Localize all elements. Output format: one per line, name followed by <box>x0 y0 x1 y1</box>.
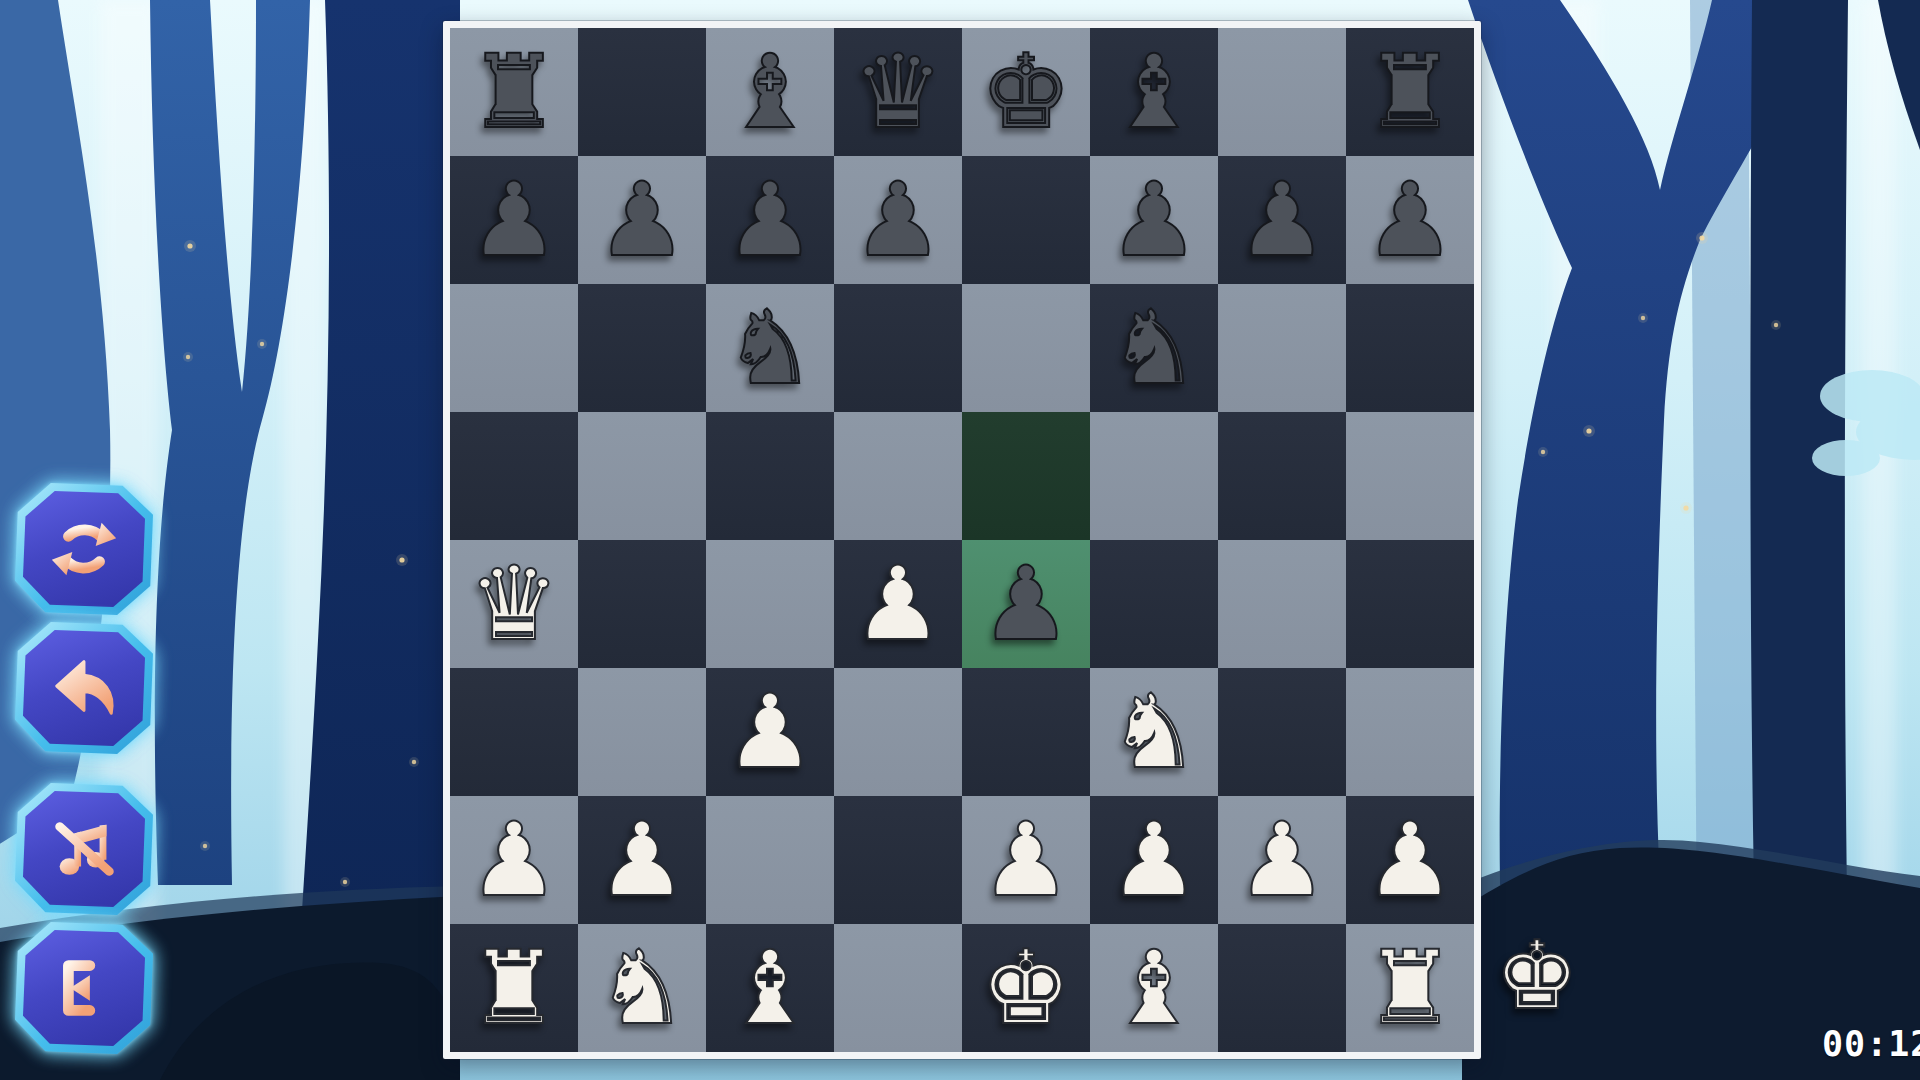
square-d8[interactable]: ♛ <box>834 28 962 156</box>
square-h2[interactable]: ♟ <box>1346 796 1474 924</box>
square-c3[interactable]: ♟ <box>706 668 834 796</box>
square-h7[interactable]: ♟ <box>1346 156 1474 284</box>
square-c7[interactable]: ♟ <box>706 156 834 284</box>
piece-white-rook[interactable]: ♜ <box>468 924 559 1052</box>
piece-black-knight[interactable]: ♞ <box>724 284 815 412</box>
piece-black-pawn[interactable]: ♟ <box>596 156 687 284</box>
piece-white-pawn[interactable]: ♟ <box>596 796 687 924</box>
square-f6[interactable]: ♞ <box>1090 284 1218 412</box>
chess-game-screen: ♜♝♛♚♝♜♟♟♟♟♟♟♟♞♞♛♟♟♟♞♟♟♟♟♟♟♜♞♝♚♝♜ ♚ 00:12 <box>0 0 1920 1080</box>
square-b3[interactable] <box>578 668 706 796</box>
piece-white-king[interactable]: ♚ <box>980 924 1071 1052</box>
square-a4[interactable]: ♛ <box>450 540 578 668</box>
square-h5[interactable] <box>1346 412 1474 540</box>
piece-black-knight[interactable]: ♞ <box>1108 284 1199 412</box>
square-a8[interactable]: ♜ <box>450 28 578 156</box>
square-f4[interactable] <box>1090 540 1218 668</box>
square-c1[interactable]: ♝ <box>706 924 834 1052</box>
piece-black-bishop[interactable]: ♝ <box>1108 28 1199 156</box>
piece-white-pawn[interactable]: ♟ <box>1364 796 1455 924</box>
piece-black-king[interactable]: ♚ <box>980 28 1071 156</box>
square-e5[interactable] <box>962 412 1090 540</box>
undo-button[interactable] <box>15 622 153 754</box>
restart-icon <box>45 510 123 588</box>
square-g2[interactable]: ♟ <box>1218 796 1346 924</box>
button-face <box>23 630 145 746</box>
button-face <box>23 930 145 1046</box>
square-g5[interactable] <box>1218 412 1346 540</box>
square-e6[interactable] <box>962 284 1090 412</box>
turn-indicator-white-king: ♚ <box>1485 922 1589 1030</box>
square-b2[interactable]: ♟ <box>578 796 706 924</box>
piece-white-knight[interactable]: ♞ <box>1108 668 1199 796</box>
square-a2[interactable]: ♟ <box>450 796 578 924</box>
square-h1[interactable]: ♜ <box>1346 924 1474 1052</box>
piece-black-pawn[interactable]: ♟ <box>852 156 943 284</box>
piece-white-pawn[interactable]: ♟ <box>1108 796 1199 924</box>
piece-black-pawn[interactable]: ♟ <box>468 156 559 284</box>
square-e3[interactable] <box>962 668 1090 796</box>
square-g4[interactable] <box>1218 540 1346 668</box>
square-d5[interactable] <box>834 412 962 540</box>
square-f5[interactable] <box>1090 412 1218 540</box>
square-a1[interactable]: ♜ <box>450 924 578 1052</box>
square-a5[interactable] <box>450 412 578 540</box>
piece-black-pawn[interactable]: ♟ <box>1108 156 1199 284</box>
button-face <box>23 491 145 607</box>
piece-black-pawn[interactable]: ♟ <box>1364 156 1455 284</box>
square-b8[interactable] <box>578 28 706 156</box>
square-f8[interactable]: ♝ <box>1090 28 1218 156</box>
chess-board: ♜♝♛♚♝♜♟♟♟♟♟♟♟♞♞♛♟♟♟♞♟♟♟♟♟♟♜♞♝♚♝♜ <box>450 28 1474 1052</box>
piece-white-bishop[interactable]: ♝ <box>1108 924 1199 1052</box>
square-b7[interactable]: ♟ <box>578 156 706 284</box>
square-h6[interactable] <box>1346 284 1474 412</box>
square-f2[interactable]: ♟ <box>1090 796 1218 924</box>
square-g6[interactable] <box>1218 284 1346 412</box>
square-f1[interactable]: ♝ <box>1090 924 1218 1052</box>
square-g8[interactable] <box>1218 28 1346 156</box>
piece-black-bishop[interactable]: ♝ <box>724 28 815 156</box>
square-b4[interactable] <box>578 540 706 668</box>
square-f7[interactable]: ♟ <box>1090 156 1218 284</box>
piece-black-rook[interactable]: ♜ <box>468 28 559 156</box>
piece-white-rook[interactable]: ♜ <box>1364 924 1455 1052</box>
piece-black-pawn[interactable]: ♟ <box>1236 156 1327 284</box>
square-c8[interactable]: ♝ <box>706 28 834 156</box>
square-d2[interactable] <box>834 796 962 924</box>
square-d1[interactable] <box>834 924 962 1052</box>
button-face <box>23 791 145 907</box>
square-d3[interactable] <box>834 668 962 796</box>
square-h8[interactable]: ♜ <box>1346 28 1474 156</box>
undo-icon <box>45 649 123 727</box>
square-a6[interactable] <box>450 284 578 412</box>
exit-button[interactable] <box>15 922 153 1054</box>
square-d7[interactable]: ♟ <box>834 156 962 284</box>
square-c2[interactable] <box>706 796 834 924</box>
square-c4[interactable] <box>706 540 834 668</box>
square-e2[interactable]: ♟ <box>962 796 1090 924</box>
square-b1[interactable]: ♞ <box>578 924 706 1052</box>
piece-black-rook[interactable]: ♜ <box>1364 28 1455 156</box>
square-b6[interactable] <box>578 284 706 412</box>
square-h3[interactable] <box>1346 668 1474 796</box>
piece-white-knight[interactable]: ♞ <box>596 924 687 1052</box>
mute-icon <box>45 810 123 888</box>
square-f3[interactable]: ♞ <box>1090 668 1218 796</box>
piece-white-bishop[interactable]: ♝ <box>724 924 815 1052</box>
piece-white-pawn[interactable]: ♟ <box>1236 796 1327 924</box>
piece-white-pawn[interactable]: ♟ <box>852 540 943 668</box>
square-c6[interactable]: ♞ <box>706 284 834 412</box>
piece-white-queen[interactable]: ♛ <box>468 540 559 668</box>
game-timer: 00:12 <box>1822 1024 1920 1064</box>
piece-white-pawn[interactable]: ♟ <box>468 796 559 924</box>
square-g7[interactable]: ♟ <box>1218 156 1346 284</box>
piece-white-pawn[interactable]: ♟ <box>724 668 815 796</box>
exit-icon <box>45 949 123 1027</box>
square-b5[interactable] <box>578 412 706 540</box>
square-a3[interactable] <box>450 668 578 796</box>
square-h4[interactable] <box>1346 540 1474 668</box>
piece-black-pawn[interactable]: ♟ <box>980 540 1071 668</box>
square-d4[interactable]: ♟ <box>834 540 962 668</box>
square-e4[interactable]: ♟ <box>962 540 1090 668</box>
board-frame: ♜♝♛♚♝♜♟♟♟♟♟♟♟♞♞♛♟♟♟♞♟♟♟♟♟♟♜♞♝♚♝♜ <box>443 21 1481 1059</box>
square-g3[interactable] <box>1218 668 1346 796</box>
square-e7[interactable] <box>962 156 1090 284</box>
piece-black-pawn[interactable]: ♟ <box>724 156 815 284</box>
piece-white-pawn[interactable]: ♟ <box>980 796 1071 924</box>
square-a7[interactable]: ♟ <box>450 156 578 284</box>
square-g1[interactable] <box>1218 924 1346 1052</box>
square-c5[interactable] <box>706 412 834 540</box>
piece-black-queen[interactable]: ♛ <box>852 28 943 156</box>
square-e8[interactable]: ♚ <box>962 28 1090 156</box>
mute-button[interactable] <box>15 783 153 915</box>
square-d6[interactable] <box>834 284 962 412</box>
square-e1[interactable]: ♚ <box>962 924 1090 1052</box>
restart-button[interactable] <box>15 483 153 615</box>
